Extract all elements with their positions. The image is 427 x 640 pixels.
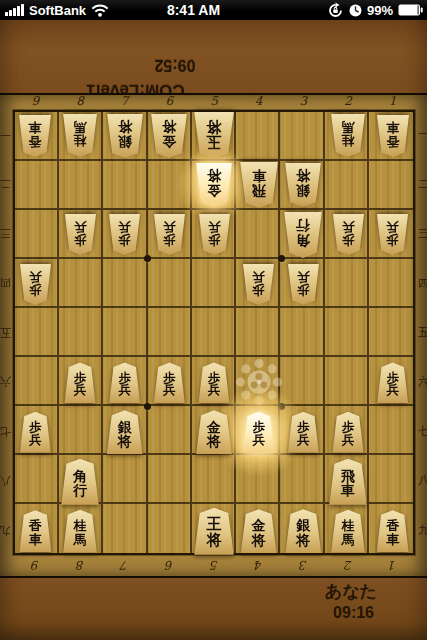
piece-kanji: 金 <box>207 420 221 434</box>
square-6-4[interactable] <box>148 259 192 308</box>
square-2-2[interactable] <box>325 161 369 210</box>
file-label-bottom: 9 <box>13 558 58 572</box>
piece-kanji: 将 <box>118 434 132 448</box>
piece-pawn-1-6[interactable]: 歩兵 <box>376 362 409 403</box>
piece-kanji: 歩 <box>118 233 131 246</box>
rank-label-right: 二 <box>417 159 427 208</box>
square-8-2[interactable] <box>59 161 103 210</box>
rank-label-left: 五 <box>0 308 12 357</box>
square-1-4[interactable] <box>369 259 413 308</box>
player-name: あなた <box>325 580 377 603</box>
square-2-4[interactable] <box>325 259 369 308</box>
piece-kanji: 兵 <box>118 220 131 233</box>
piece-gold-5-7[interactable]: 金将 <box>195 410 233 454</box>
piece-lance-1-9[interactable]: 香車 <box>376 510 410 552</box>
square-8-7[interactable] <box>59 406 103 455</box>
piece-kanji: 銀 <box>296 518 310 532</box>
square-2-5[interactable] <box>325 308 369 357</box>
piece-pawn-3-4[interactable]: 歩兵 <box>287 264 320 305</box>
piece-pawn-2-3[interactable]: 歩兵 <box>332 214 365 255</box>
piece-knight-2-9[interactable]: 桂馬 <box>330 510 366 553</box>
piece-kanji: 歩 <box>208 233 221 246</box>
square-6-5[interactable] <box>148 308 192 357</box>
status-right: 99% <box>327 0 423 20</box>
square-3-1[interactable] <box>280 112 324 161</box>
piece-kanji: 将 <box>207 533 222 548</box>
opponent-clock: 09:52 <box>146 56 204 74</box>
piece-kanji: 馬 <box>342 533 355 546</box>
piece-kanji: 車 <box>29 533 42 546</box>
piece-kanji: 歩 <box>342 233 355 246</box>
square-1-5[interactable] <box>369 308 413 357</box>
piece-kanji: 香 <box>386 519 399 532</box>
file-label-top: 3 <box>281 94 326 108</box>
rank-label-right: 一 <box>417 110 427 159</box>
square-4-1[interactable] <box>236 112 280 161</box>
piece-pawn-5-6[interactable]: 歩兵 <box>198 362 231 403</box>
piece-kanji: 桂 <box>74 134 87 147</box>
square-3-8[interactable] <box>280 455 324 504</box>
piece-pawn-4-4[interactable]: 歩兵 <box>242 264 275 305</box>
square-1-2[interactable] <box>369 161 413 210</box>
piece-kanji: 兵 <box>29 270 42 283</box>
piece-kanji: 将 <box>207 169 221 183</box>
square-7-8[interactable] <box>103 455 147 504</box>
piece-pawn-5-3[interactable]: 歩兵 <box>198 214 231 255</box>
alarm-clock-icon <box>349 4 362 17</box>
piece-lance-9-9[interactable]: 香車 <box>18 510 52 552</box>
piece-kanji: 将 <box>162 120 176 134</box>
piece-kanji: 兵 <box>74 384 87 397</box>
piece-silver-3-2[interactable]: 銀将 <box>284 163 322 207</box>
piece-kanji: 歩 <box>74 233 87 246</box>
file-label-bottom: 4 <box>236 558 281 572</box>
player-clock: 09:16 <box>333 604 374 622</box>
rank-label-left: 二 <box>0 159 12 208</box>
square-3-5[interactable] <box>280 308 324 357</box>
piece-kanji: 兵 <box>297 434 310 447</box>
piece-kanji: 兵 <box>386 384 399 397</box>
rank-label-left: 八 <box>0 456 12 505</box>
piece-kanji: 香 <box>29 134 42 147</box>
square-1-8[interactable] <box>369 455 413 504</box>
piece-kanji: 玉 <box>207 134 222 149</box>
rank-label-left: 一 <box>0 110 12 159</box>
square-9-6[interactable] <box>15 357 59 406</box>
piece-kanji: 香 <box>29 519 42 532</box>
piece-knight-8-9[interactable]: 桂馬 <box>62 510 98 553</box>
piece-kanji: 兵 <box>163 220 176 233</box>
square-5-8[interactable] <box>192 455 236 504</box>
piece-gold-4-9[interactable]: 金将 <box>240 509 278 553</box>
piece-pawn-1-3[interactable]: 歩兵 <box>376 214 409 255</box>
piece-pawn-9-7[interactable]: 歩兵 <box>19 412 52 453</box>
file-label-top: 5 <box>192 94 237 108</box>
square-9-3[interactable] <box>15 210 59 259</box>
piece-kanji: 行 <box>73 483 87 497</box>
piece-kanji: 銀 <box>118 420 132 434</box>
piece-pawn-4-7[interactable]: 歩兵 <box>242 412 275 453</box>
piece-pawn-7-3[interactable]: 歩兵 <box>108 214 141 255</box>
file-label-top: 1 <box>370 94 415 108</box>
piece-kanji: 銀 <box>118 134 132 148</box>
battery-percent-label: 99% <box>367 3 393 18</box>
piece-kanji: 香 <box>386 134 399 147</box>
piece-king-5-9[interactable]: 王将 <box>193 508 235 555</box>
piece-king-5-1[interactable]: 玉将 <box>193 112 235 159</box>
square-8-4[interactable] <box>59 259 103 308</box>
piece-silver-3-9[interactable]: 銀将 <box>284 509 322 553</box>
piece-pawn-3-7[interactable]: 歩兵 <box>287 412 320 453</box>
piece-knight-2-1[interactable]: 桂馬 <box>330 114 366 157</box>
file-label-bottom: 8 <box>58 558 103 572</box>
square-6-2[interactable] <box>148 161 192 210</box>
piece-kanji: 兵 <box>74 220 87 233</box>
file-label-top: 7 <box>102 94 147 108</box>
square-6-8[interactable] <box>148 455 192 504</box>
square-7-4[interactable] <box>103 259 147 308</box>
piece-kanji: 兵 <box>208 384 221 397</box>
rank-label-left: 六 <box>0 357 12 406</box>
piece-lance-9-1[interactable]: 香車 <box>18 115 52 157</box>
piece-kanji: 兵 <box>163 384 176 397</box>
piece-knight-8-1[interactable]: 桂馬 <box>62 114 98 157</box>
file-label-top: 6 <box>147 94 192 108</box>
rotation-lock-icon <box>327 2 344 19</box>
file-label-bottom: 6 <box>147 558 192 572</box>
piece-kanji: 車 <box>252 169 266 183</box>
piece-kanji: 兵 <box>342 434 355 447</box>
piece-kanji: 桂 <box>74 519 87 532</box>
piece-kanji: 将 <box>252 533 266 547</box>
piece-kanji: 車 <box>29 121 42 134</box>
rank-label-right: 八 <box>417 456 427 505</box>
square-2-6[interactable] <box>325 357 369 406</box>
piece-kanji: 金 <box>162 134 176 148</box>
square-9-5[interactable] <box>15 308 59 357</box>
piece-kanji: 将 <box>118 120 132 134</box>
piece-pawn-2-7[interactable]: 歩兵 <box>332 412 365 453</box>
piece-kanji: 将 <box>296 169 310 183</box>
piece-rook-4-2[interactable]: 飛車 <box>239 162 279 208</box>
rank-label-right: 七 <box>417 407 427 456</box>
piece-kanji: 角 <box>296 233 310 247</box>
piece-kanji: 飛 <box>252 184 266 198</box>
status-bar: SoftBank 8:41 AM 99% <box>0 0 427 20</box>
piece-kanji: 兵 <box>342 220 355 233</box>
rank-label-left: 三 <box>0 209 12 258</box>
square-6-7[interactable] <box>148 406 192 455</box>
app-screen: SoftBank 8:41 AM 99% <box>0 0 427 640</box>
piece-kanji: 兵 <box>208 220 221 233</box>
rank-label-right: 三 <box>417 209 427 258</box>
file-label-top: 2 <box>326 94 371 108</box>
square-9-2[interactable] <box>15 161 59 210</box>
rank-label-left: 七 <box>0 407 12 456</box>
battery-icon <box>398 4 423 16</box>
rank-label-left: 四 <box>0 258 12 307</box>
piece-kanji: 行 <box>296 219 310 233</box>
piece-pawn-9-4[interactable]: 歩兵 <box>19 264 52 305</box>
file-label-top: 9 <box>13 94 58 108</box>
piece-gold-5-2[interactable]: 金将 <box>195 163 233 207</box>
square-7-9[interactable] <box>103 504 147 553</box>
piece-silver-7-1[interactable]: 銀将 <box>106 114 144 158</box>
shogi-board-panel: 998877665544332211一一二二三三四四五五六六七七八八九九香車桂馬… <box>0 93 427 578</box>
piece-kanji: 馬 <box>74 121 87 134</box>
square-4-5[interactable] <box>236 308 280 357</box>
piece-kanji: 将 <box>207 434 221 448</box>
piece-kanji: 将 <box>296 533 310 547</box>
piece-pawn-8-3[interactable]: 歩兵 <box>64 214 97 255</box>
file-label-top: 8 <box>58 94 103 108</box>
file-label-bottom: 2 <box>326 558 371 572</box>
piece-kanji: 馬 <box>342 121 355 134</box>
piece-pawn-6-6[interactable]: 歩兵 <box>153 362 186 403</box>
piece-kanji: 桂 <box>342 519 355 532</box>
piece-kanji: 兵 <box>118 384 131 397</box>
piece-kanji: 将 <box>207 119 222 134</box>
piece-kanji: 馬 <box>74 533 87 546</box>
square-5-4[interactable] <box>192 259 236 308</box>
file-label-top: 4 <box>236 94 281 108</box>
file-label-bottom: 7 <box>102 558 147 572</box>
rank-label-left: 九 <box>0 506 12 555</box>
piece-kanji: 金 <box>207 184 221 198</box>
square-5-5[interactable] <box>192 308 236 357</box>
piece-kanji: 車 <box>341 483 355 497</box>
player-panel: あなた 09:16 <box>0 578 427 640</box>
star-point <box>144 403 151 410</box>
piece-gold-6-1[interactable]: 金将 <box>150 114 188 158</box>
file-label-bottom: 3 <box>281 558 326 572</box>
piece-kanji: 飛 <box>341 469 355 483</box>
piece-pawn-7-6[interactable]: 歩兵 <box>108 362 141 403</box>
file-label-bottom: 1 <box>370 558 415 572</box>
piece-pawn-6-3[interactable]: 歩兵 <box>153 214 186 255</box>
piece-kanji: 角 <box>73 469 87 483</box>
rank-label-right: 六 <box>417 357 427 406</box>
piece-pawn-8-6[interactable]: 歩兵 <box>64 362 97 403</box>
piece-rook-2-8[interactable]: 飛車 <box>328 459 368 505</box>
piece-kanji: 兵 <box>252 434 265 447</box>
rank-label-right: 九 <box>417 506 427 555</box>
piece-kanji: 兵 <box>29 434 42 447</box>
piece-lance-1-1[interactable]: 香車 <box>376 115 410 157</box>
square-6-9[interactable] <box>148 504 192 553</box>
piece-kanji: 車 <box>386 121 399 134</box>
opponent-panel: 09:52 COM:Level1 <box>0 20 427 93</box>
star-point <box>144 255 151 262</box>
square-7-2[interactable] <box>103 161 147 210</box>
piece-bishop-3-3[interactable]: 角行 <box>283 212 323 258</box>
piece-kanji: 桂 <box>342 134 355 147</box>
piece-kanji: 銀 <box>296 184 310 198</box>
square-7-5[interactable] <box>103 308 147 357</box>
square-8-5[interactable] <box>59 308 103 357</box>
piece-kanji: 歩 <box>386 233 399 246</box>
piece-kanji: 兵 <box>297 270 310 283</box>
piece-kanji: 歩 <box>163 233 176 246</box>
rank-label-right: 五 <box>417 308 427 357</box>
piece-kanji: 車 <box>386 533 399 546</box>
square-3-6[interactable] <box>280 357 324 406</box>
move-destination-crest[interactable] <box>235 358 283 410</box>
square-1-7[interactable] <box>369 406 413 455</box>
rank-label-right: 四 <box>417 258 427 307</box>
square-4-8[interactable] <box>236 455 280 504</box>
square-4-3[interactable] <box>236 210 280 259</box>
piece-kanji: 兵 <box>386 220 399 233</box>
piece-kanji: 金 <box>252 518 266 532</box>
file-label-bottom: 5 <box>192 558 237 572</box>
piece-kanji: 兵 <box>252 270 265 283</box>
square-9-8[interactable] <box>15 455 59 504</box>
piece-bishop-8-8[interactable]: 角行 <box>60 459 100 505</box>
piece-silver-7-7[interactable]: 銀将 <box>106 410 144 454</box>
